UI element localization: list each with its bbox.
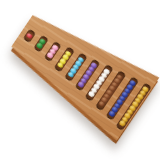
groove-row-1: [23, 29, 36, 43]
bead-red: [26, 32, 33, 39]
groove-row-2: [33, 35, 48, 53]
product-photo: [0, 0, 160, 160]
board-surface: [1, 0, 160, 141]
bead-stair-board: [1, 0, 160, 141]
